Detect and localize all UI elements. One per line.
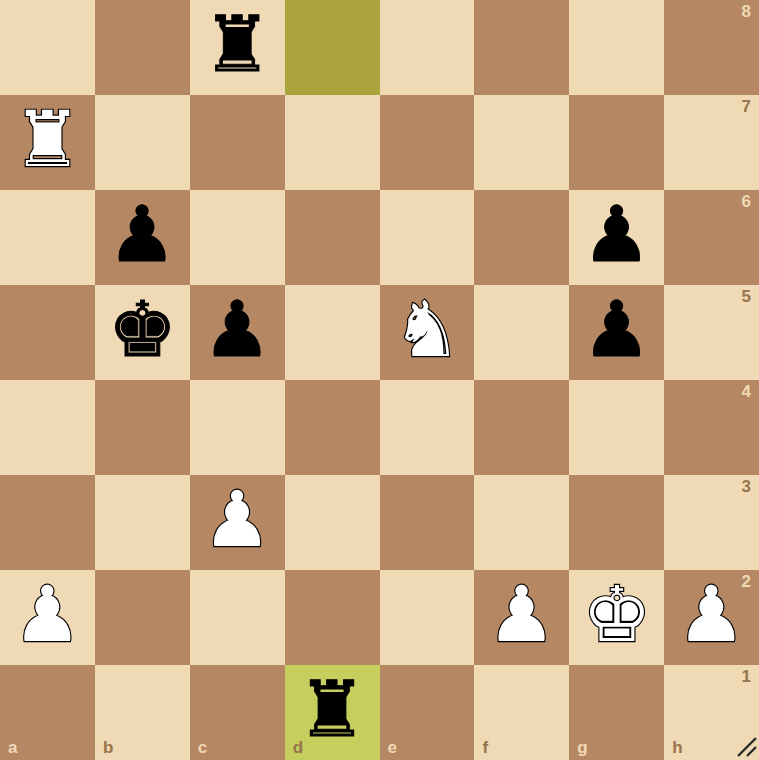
rank-label-3: 3 <box>742 477 751 497</box>
board-resize-handle-icon[interactable] <box>736 736 758 758</box>
piece-white-rook[interactable]: ♜ <box>13 101 82 178</box>
square-d1[interactable]: d♜ <box>285 665 380 760</box>
square-a3[interactable] <box>0 475 95 570</box>
file-label-f: f <box>482 738 488 758</box>
piece-black-pawn[interactable]: ♟ <box>108 196 177 273</box>
square-c4[interactable] <box>190 380 285 475</box>
square-f5[interactable] <box>474 285 569 380</box>
square-f3[interactable] <box>474 475 569 570</box>
square-e1[interactable]: e <box>380 665 475 760</box>
square-b6[interactable]: ♟ <box>95 190 190 285</box>
square-d3[interactable] <box>285 475 380 570</box>
file-label-b: b <box>103 738 113 758</box>
square-b4[interactable] <box>95 380 190 475</box>
square-f6[interactable] <box>474 190 569 285</box>
square-a6[interactable] <box>0 190 95 285</box>
piece-white-pawn[interactable]: ♟ <box>13 576 82 653</box>
square-a8[interactable] <box>0 0 95 95</box>
square-b1[interactable]: b <box>95 665 190 760</box>
rank-label-6: 6 <box>742 192 751 212</box>
piece-white-king[interactable]: ♚ <box>582 576 651 653</box>
square-g8[interactable] <box>569 0 664 95</box>
square-a4[interactable] <box>0 380 95 475</box>
piece-white-pawn[interactable]: ♟ <box>203 481 272 558</box>
square-c1[interactable]: c <box>190 665 285 760</box>
square-g3[interactable] <box>569 475 664 570</box>
square-g6[interactable]: ♟ <box>569 190 664 285</box>
piece-black-pawn[interactable]: ♟ <box>203 291 272 368</box>
square-e4[interactable] <box>380 380 475 475</box>
file-label-h: h <box>672 738 682 758</box>
square-b2[interactable] <box>95 570 190 665</box>
file-label-a: a <box>8 738 17 758</box>
square-e7[interactable] <box>380 95 475 190</box>
square-h3[interactable]: 3 <box>664 475 759 570</box>
square-b3[interactable] <box>95 475 190 570</box>
square-f4[interactable] <box>474 380 569 475</box>
square-a5[interactable] <box>0 285 95 380</box>
square-e3[interactable] <box>380 475 475 570</box>
piece-white-knight[interactable]: ♞ <box>392 291 461 368</box>
file-label-e: e <box>388 738 397 758</box>
rank-label-7: 7 <box>742 97 751 117</box>
square-d8[interactable] <box>285 0 380 95</box>
piece-black-rook[interactable]: ♜ <box>298 671 367 748</box>
rank-label-4: 4 <box>742 382 751 402</box>
rank-label-5: 5 <box>742 287 751 307</box>
square-c7[interactable] <box>190 95 285 190</box>
square-b7[interactable] <box>95 95 190 190</box>
square-g5[interactable]: ♟ <box>569 285 664 380</box>
square-h7[interactable]: 7 <box>664 95 759 190</box>
piece-black-rook[interactable]: ♜ <box>203 6 272 83</box>
square-e5[interactable]: ♞ <box>380 285 475 380</box>
square-f7[interactable] <box>474 95 569 190</box>
square-c3[interactable]: ♟ <box>190 475 285 570</box>
square-a2[interactable]: ♟ <box>0 570 95 665</box>
square-e8[interactable] <box>380 0 475 95</box>
square-d2[interactable] <box>285 570 380 665</box>
square-d4[interactable] <box>285 380 380 475</box>
chess-board: ♜8♜7♟♟6♚♟♞♟54♟3♟♟♚2♟abcd♜efg1h <box>0 0 759 760</box>
square-h2[interactable]: 2♟ <box>664 570 759 665</box>
square-d7[interactable] <box>285 95 380 190</box>
square-g1[interactable]: g <box>569 665 664 760</box>
piece-black-pawn[interactable]: ♟ <box>582 196 651 273</box>
square-g7[interactable] <box>569 95 664 190</box>
piece-white-pawn[interactable]: ♟ <box>487 576 556 653</box>
square-c5[interactable]: ♟ <box>190 285 285 380</box>
square-g4[interactable] <box>569 380 664 475</box>
square-f8[interactable] <box>474 0 569 95</box>
square-e6[interactable] <box>380 190 475 285</box>
piece-black-king[interactable]: ♚ <box>108 291 177 368</box>
square-d6[interactable] <box>285 190 380 285</box>
file-label-c: c <box>198 738 207 758</box>
square-b5[interactable]: ♚ <box>95 285 190 380</box>
square-c8[interactable]: ♜ <box>190 0 285 95</box>
square-g2[interactable]: ♚ <box>569 570 664 665</box>
square-f1[interactable]: f <box>474 665 569 760</box>
square-c6[interactable] <box>190 190 285 285</box>
square-e2[interactable] <box>380 570 475 665</box>
rank-label-8: 8 <box>742 2 751 22</box>
file-label-g: g <box>577 738 587 758</box>
piece-white-pawn[interactable]: ♟ <box>677 576 746 653</box>
square-h5[interactable]: 5 <box>664 285 759 380</box>
square-a7[interactable]: ♜ <box>0 95 95 190</box>
square-d5[interactable] <box>285 285 380 380</box>
square-a1[interactable]: a <box>0 665 95 760</box>
square-b8[interactable] <box>95 0 190 95</box>
square-h8[interactable]: 8 <box>664 0 759 95</box>
square-h6[interactable]: 6 <box>664 190 759 285</box>
rank-label-1: 1 <box>742 667 751 687</box>
square-c2[interactable] <box>190 570 285 665</box>
square-f2[interactable]: ♟ <box>474 570 569 665</box>
piece-black-pawn[interactable]: ♟ <box>582 291 651 368</box>
square-h4[interactable]: 4 <box>664 380 759 475</box>
